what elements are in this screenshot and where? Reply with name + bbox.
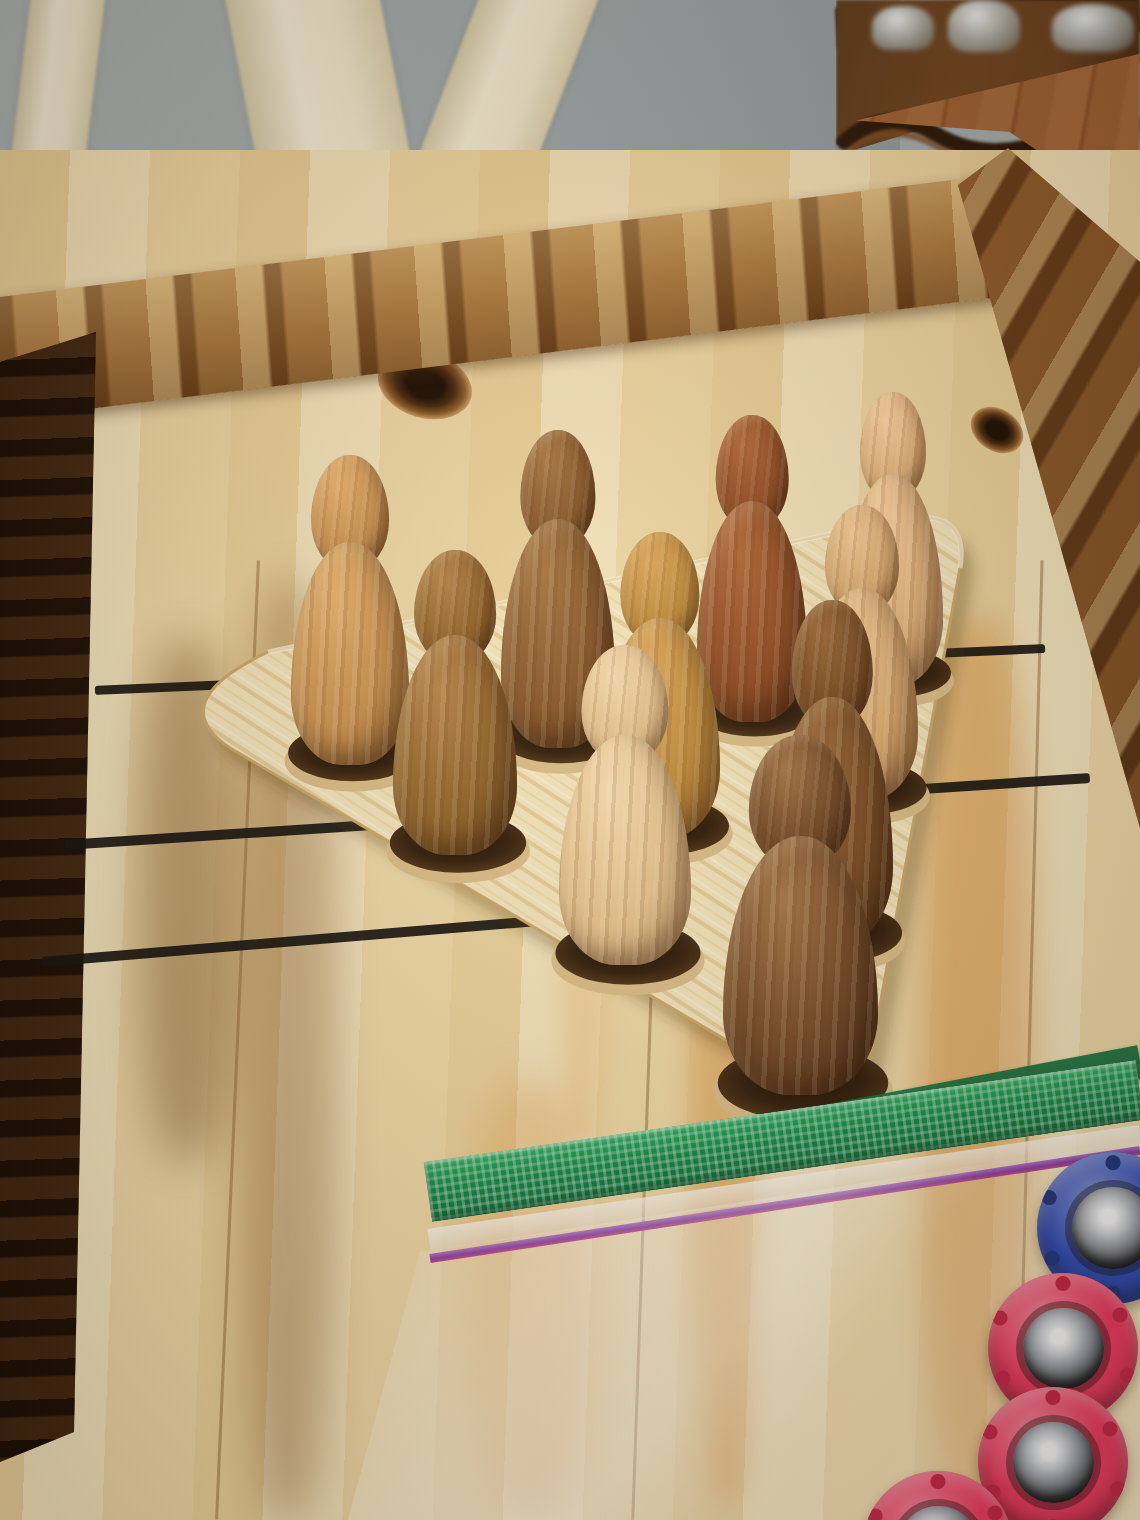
puck-steel-ball bbox=[1023, 1308, 1104, 1389]
rack-hole-4 bbox=[841, 649, 951, 697]
rack-hole-7 bbox=[803, 761, 926, 815]
rack-hole-5 bbox=[390, 813, 526, 873]
puck-steel-ball bbox=[1072, 1187, 1140, 1269]
rack-hole-1 bbox=[288, 725, 418, 782]
puck-steel-ball bbox=[898, 1506, 979, 1520]
rack-hole-6 bbox=[597, 797, 729, 855]
rack-hole-8 bbox=[555, 921, 700, 984]
rack-hole-9 bbox=[768, 904, 902, 963]
rack-hole-2 bbox=[498, 709, 623, 764]
puck-steel-ball bbox=[1013, 1422, 1094, 1503]
photo-scene bbox=[0, 0, 1140, 1520]
rack-hole-3 bbox=[695, 684, 816, 737]
